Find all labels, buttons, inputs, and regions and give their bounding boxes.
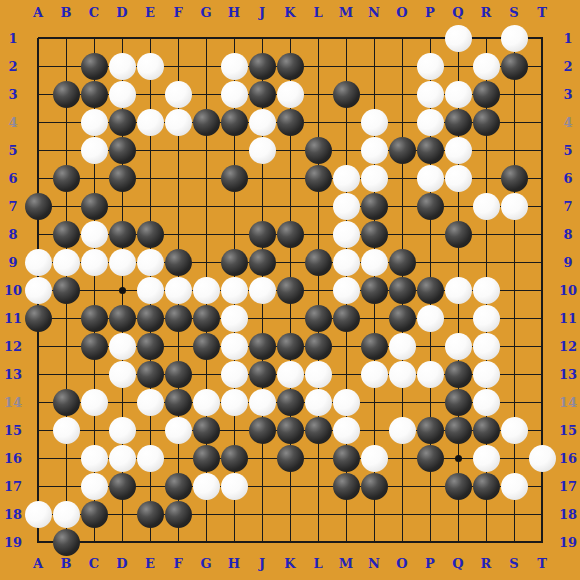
intersection-A10[interactable]: [24, 276, 52, 304]
intersection-O19[interactable]: [388, 528, 416, 556]
intersection-T16[interactable]: [528, 444, 556, 472]
intersection-H11[interactable]: [220, 304, 248, 332]
intersection-C4[interactable]: [80, 108, 108, 136]
intersection-M10[interactable]: [332, 276, 360, 304]
intersection-H8[interactable]: [220, 220, 248, 248]
intersection-N9[interactable]: [360, 248, 388, 276]
intersection-K1[interactable]: [276, 24, 304, 52]
intersection-T8[interactable]: [528, 220, 556, 248]
intersection-L1[interactable]: [304, 24, 332, 52]
intersection-N2[interactable]: [360, 52, 388, 80]
intersection-F9[interactable]: [164, 248, 192, 276]
intersection-L3[interactable]: [304, 80, 332, 108]
intersection-C7[interactable]: [80, 192, 108, 220]
intersection-K17[interactable]: [276, 472, 304, 500]
intersection-B18[interactable]: [52, 500, 80, 528]
intersection-N11[interactable]: [360, 304, 388, 332]
intersection-Q19[interactable]: [444, 528, 472, 556]
intersection-F18[interactable]: [164, 500, 192, 528]
intersection-G6[interactable]: [192, 164, 220, 192]
intersection-M6[interactable]: [332, 164, 360, 192]
intersection-G7[interactable]: [192, 192, 220, 220]
intersection-T9[interactable]: [528, 248, 556, 276]
intersection-H13[interactable]: [220, 360, 248, 388]
intersection-H16[interactable]: [220, 444, 248, 472]
intersection-Q9[interactable]: [444, 248, 472, 276]
intersection-Q4[interactable]: [444, 108, 472, 136]
intersection-E3[interactable]: [136, 80, 164, 108]
intersection-S18[interactable]: [500, 500, 528, 528]
intersection-M16[interactable]: [332, 444, 360, 472]
intersection-K3[interactable]: [276, 80, 304, 108]
intersection-P12[interactable]: [416, 332, 444, 360]
intersection-R2[interactable]: [472, 52, 500, 80]
intersection-M12[interactable]: [332, 332, 360, 360]
intersection-S12[interactable]: [500, 332, 528, 360]
intersection-O1[interactable]: [388, 24, 416, 52]
intersection-Q6[interactable]: [444, 164, 472, 192]
intersection-A18[interactable]: [24, 500, 52, 528]
intersection-O4[interactable]: [388, 108, 416, 136]
intersection-O10[interactable]: [388, 276, 416, 304]
intersection-D8[interactable]: [108, 220, 136, 248]
intersection-T17[interactable]: [528, 472, 556, 500]
intersection-H18[interactable]: [220, 500, 248, 528]
intersection-G10[interactable]: [192, 276, 220, 304]
intersection-J14[interactable]: [248, 388, 276, 416]
intersection-G5[interactable]: [192, 136, 220, 164]
intersection-E6[interactable]: [136, 164, 164, 192]
intersection-D1[interactable]: [108, 24, 136, 52]
intersection-N17[interactable]: [360, 472, 388, 500]
intersection-S11[interactable]: [500, 304, 528, 332]
intersection-F17[interactable]: [164, 472, 192, 500]
intersection-N19[interactable]: [360, 528, 388, 556]
intersection-C10[interactable]: [80, 276, 108, 304]
intersection-L14[interactable]: [304, 388, 332, 416]
intersection-P2[interactable]: [416, 52, 444, 80]
intersection-Q2[interactable]: [444, 52, 472, 80]
intersection-E4[interactable]: [136, 108, 164, 136]
intersection-C18[interactable]: [80, 500, 108, 528]
intersection-E15[interactable]: [136, 416, 164, 444]
intersection-G8[interactable]: [192, 220, 220, 248]
intersection-D13[interactable]: [108, 360, 136, 388]
intersection-T13[interactable]: [528, 360, 556, 388]
intersection-B10[interactable]: [52, 276, 80, 304]
intersection-Q17[interactable]: [444, 472, 472, 500]
intersection-N18[interactable]: [360, 500, 388, 528]
intersection-H5[interactable]: [220, 136, 248, 164]
intersection-E16[interactable]: [136, 444, 164, 472]
intersection-M5[interactable]: [332, 136, 360, 164]
intersection-A19[interactable]: [24, 528, 52, 556]
intersection-M4[interactable]: [332, 108, 360, 136]
intersection-K15[interactable]: [276, 416, 304, 444]
intersection-Q14[interactable]: [444, 388, 472, 416]
intersection-Q15[interactable]: [444, 416, 472, 444]
intersection-D6[interactable]: [108, 164, 136, 192]
intersection-H14[interactable]: [220, 388, 248, 416]
intersection-R3[interactable]: [472, 80, 500, 108]
intersection-J9[interactable]: [248, 248, 276, 276]
intersection-D4[interactable]: [108, 108, 136, 136]
intersection-T18[interactable]: [528, 500, 556, 528]
intersection-N3[interactable]: [360, 80, 388, 108]
intersection-A11[interactable]: [24, 304, 52, 332]
intersection-N16[interactable]: [360, 444, 388, 472]
intersection-N14[interactable]: [360, 388, 388, 416]
intersection-P18[interactable]: [416, 500, 444, 528]
intersection-S7[interactable]: [500, 192, 528, 220]
intersection-R14[interactable]: [472, 388, 500, 416]
intersection-L4[interactable]: [304, 108, 332, 136]
intersection-C16[interactable]: [80, 444, 108, 472]
intersection-H15[interactable]: [220, 416, 248, 444]
intersection-M13[interactable]: [332, 360, 360, 388]
intersection-L19[interactable]: [304, 528, 332, 556]
intersection-T19[interactable]: [528, 528, 556, 556]
intersection-G12[interactable]: [192, 332, 220, 360]
intersection-R16[interactable]: [472, 444, 500, 472]
intersection-A3[interactable]: [24, 80, 52, 108]
intersection-H12[interactable]: [220, 332, 248, 360]
intersection-D15[interactable]: [108, 416, 136, 444]
intersection-D5[interactable]: [108, 136, 136, 164]
intersection-K2[interactable]: [276, 52, 304, 80]
intersection-O18[interactable]: [388, 500, 416, 528]
intersection-O6[interactable]: [388, 164, 416, 192]
intersection-J1[interactable]: [248, 24, 276, 52]
intersection-C8[interactable]: [80, 220, 108, 248]
intersection-K12[interactable]: [276, 332, 304, 360]
intersection-R18[interactable]: [472, 500, 500, 528]
intersection-F1[interactable]: [164, 24, 192, 52]
intersection-R13[interactable]: [472, 360, 500, 388]
intersection-P14[interactable]: [416, 388, 444, 416]
intersection-Q18[interactable]: [444, 500, 472, 528]
intersection-F4[interactable]: [164, 108, 192, 136]
intersection-C14[interactable]: [80, 388, 108, 416]
intersection-A4[interactable]: [24, 108, 52, 136]
intersection-F7[interactable]: [164, 192, 192, 220]
intersection-C2[interactable]: [80, 52, 108, 80]
intersection-E5[interactable]: [136, 136, 164, 164]
intersection-H2[interactable]: [220, 52, 248, 80]
intersection-F5[interactable]: [164, 136, 192, 164]
intersection-C1[interactable]: [80, 24, 108, 52]
intersection-K6[interactable]: [276, 164, 304, 192]
intersection-S15[interactable]: [500, 416, 528, 444]
intersection-C3[interactable]: [80, 80, 108, 108]
intersection-L2[interactable]: [304, 52, 332, 80]
intersection-F2[interactable]: [164, 52, 192, 80]
intersection-G16[interactable]: [192, 444, 220, 472]
intersection-L5[interactable]: [304, 136, 332, 164]
intersection-R11[interactable]: [472, 304, 500, 332]
intersection-J11[interactable]: [248, 304, 276, 332]
intersection-P9[interactable]: [416, 248, 444, 276]
intersection-T12[interactable]: [528, 332, 556, 360]
intersection-C12[interactable]: [80, 332, 108, 360]
intersection-N5[interactable]: [360, 136, 388, 164]
intersection-B13[interactable]: [52, 360, 80, 388]
intersection-P5[interactable]: [416, 136, 444, 164]
intersection-N7[interactable]: [360, 192, 388, 220]
intersection-D3[interactable]: [108, 80, 136, 108]
intersection-L9[interactable]: [304, 248, 332, 276]
intersection-M1[interactable]: [332, 24, 360, 52]
intersection-J16[interactable]: [248, 444, 276, 472]
intersection-C6[interactable]: [80, 164, 108, 192]
intersection-B12[interactable]: [52, 332, 80, 360]
intersection-A2[interactable]: [24, 52, 52, 80]
intersection-K14[interactable]: [276, 388, 304, 416]
intersection-P11[interactable]: [416, 304, 444, 332]
intersection-C11[interactable]: [80, 304, 108, 332]
intersection-Q3[interactable]: [444, 80, 472, 108]
intersection-O17[interactable]: [388, 472, 416, 500]
intersection-G2[interactable]: [192, 52, 220, 80]
intersection-O2[interactable]: [388, 52, 416, 80]
intersection-L12[interactable]: [304, 332, 332, 360]
intersection-B19[interactable]: [52, 528, 80, 556]
intersection-J13[interactable]: [248, 360, 276, 388]
intersection-P19[interactable]: [416, 528, 444, 556]
intersection-P3[interactable]: [416, 80, 444, 108]
intersection-Q7[interactable]: [444, 192, 472, 220]
intersection-B8[interactable]: [52, 220, 80, 248]
intersection-K5[interactable]: [276, 136, 304, 164]
intersection-K7[interactable]: [276, 192, 304, 220]
intersection-E13[interactable]: [136, 360, 164, 388]
intersection-C13[interactable]: [80, 360, 108, 388]
intersection-H3[interactable]: [220, 80, 248, 108]
intersection-O15[interactable]: [388, 416, 416, 444]
intersection-O12[interactable]: [388, 332, 416, 360]
intersection-A14[interactable]: [24, 388, 52, 416]
intersection-P10[interactable]: [416, 276, 444, 304]
intersection-A5[interactable]: [24, 136, 52, 164]
intersection-R4[interactable]: [472, 108, 500, 136]
intersection-O16[interactable]: [388, 444, 416, 472]
intersection-H10[interactable]: [220, 276, 248, 304]
intersection-J6[interactable]: [248, 164, 276, 192]
intersection-M19[interactable]: [332, 528, 360, 556]
intersection-K4[interactable]: [276, 108, 304, 136]
intersection-T1[interactable]: [528, 24, 556, 52]
intersection-Q10[interactable]: [444, 276, 472, 304]
intersection-B3[interactable]: [52, 80, 80, 108]
intersection-N12[interactable]: [360, 332, 388, 360]
intersection-L15[interactable]: [304, 416, 332, 444]
intersection-J4[interactable]: [248, 108, 276, 136]
intersection-S17[interactable]: [500, 472, 528, 500]
intersection-E10[interactable]: [136, 276, 164, 304]
intersection-H7[interactable]: [220, 192, 248, 220]
intersection-F15[interactable]: [164, 416, 192, 444]
intersection-G11[interactable]: [192, 304, 220, 332]
intersection-L16[interactable]: [304, 444, 332, 472]
intersection-J2[interactable]: [248, 52, 276, 80]
intersection-D19[interactable]: [108, 528, 136, 556]
intersection-N6[interactable]: [360, 164, 388, 192]
intersection-Q5[interactable]: [444, 136, 472, 164]
intersection-F19[interactable]: [164, 528, 192, 556]
intersection-J15[interactable]: [248, 416, 276, 444]
intersection-P1[interactable]: [416, 24, 444, 52]
intersection-J18[interactable]: [248, 500, 276, 528]
intersection-S1[interactable]: [500, 24, 528, 52]
intersection-P15[interactable]: [416, 416, 444, 444]
intersection-M15[interactable]: [332, 416, 360, 444]
intersection-J8[interactable]: [248, 220, 276, 248]
intersection-J17[interactable]: [248, 472, 276, 500]
intersection-P17[interactable]: [416, 472, 444, 500]
intersection-Q16[interactable]: [444, 444, 472, 472]
intersection-R12[interactable]: [472, 332, 500, 360]
intersection-D9[interactable]: [108, 248, 136, 276]
intersection-K19[interactable]: [276, 528, 304, 556]
intersection-B15[interactable]: [52, 416, 80, 444]
intersection-H4[interactable]: [220, 108, 248, 136]
intersection-J5[interactable]: [248, 136, 276, 164]
intersection-H1[interactable]: [220, 24, 248, 52]
intersection-F14[interactable]: [164, 388, 192, 416]
intersection-B1[interactable]: [52, 24, 80, 52]
intersection-O11[interactable]: [388, 304, 416, 332]
intersection-J7[interactable]: [248, 192, 276, 220]
intersection-S19[interactable]: [500, 528, 528, 556]
intersection-N4[interactable]: [360, 108, 388, 136]
intersection-T14[interactable]: [528, 388, 556, 416]
intersection-O3[interactable]: [388, 80, 416, 108]
intersection-A1[interactable]: [24, 24, 52, 52]
intersection-S2[interactable]: [500, 52, 528, 80]
intersection-J10[interactable]: [248, 276, 276, 304]
intersection-F12[interactable]: [164, 332, 192, 360]
intersection-M8[interactable]: [332, 220, 360, 248]
intersection-E1[interactable]: [136, 24, 164, 52]
intersection-Q12[interactable]: [444, 332, 472, 360]
intersection-R8[interactable]: [472, 220, 500, 248]
intersection-M17[interactable]: [332, 472, 360, 500]
intersection-T15[interactable]: [528, 416, 556, 444]
intersection-B4[interactable]: [52, 108, 80, 136]
intersection-M14[interactable]: [332, 388, 360, 416]
intersection-M7[interactable]: [332, 192, 360, 220]
intersection-F13[interactable]: [164, 360, 192, 388]
intersection-T3[interactable]: [528, 80, 556, 108]
intersection-D12[interactable]: [108, 332, 136, 360]
intersection-T6[interactable]: [528, 164, 556, 192]
intersection-Q11[interactable]: [444, 304, 472, 332]
intersection-C17[interactable]: [80, 472, 108, 500]
intersection-G18[interactable]: [192, 500, 220, 528]
intersection-C9[interactable]: [80, 248, 108, 276]
intersection-P7[interactable]: [416, 192, 444, 220]
intersection-E9[interactable]: [136, 248, 164, 276]
intersection-A15[interactable]: [24, 416, 52, 444]
intersection-S3[interactable]: [500, 80, 528, 108]
intersection-P4[interactable]: [416, 108, 444, 136]
intersection-M11[interactable]: [332, 304, 360, 332]
intersection-Q1[interactable]: [444, 24, 472, 52]
intersection-P8[interactable]: [416, 220, 444, 248]
intersection-B6[interactable]: [52, 164, 80, 192]
intersection-J12[interactable]: [248, 332, 276, 360]
intersection-G19[interactable]: [192, 528, 220, 556]
intersection-K8[interactable]: [276, 220, 304, 248]
intersection-D18[interactable]: [108, 500, 136, 528]
intersection-T4[interactable]: [528, 108, 556, 136]
intersection-B17[interactable]: [52, 472, 80, 500]
intersection-D16[interactable]: [108, 444, 136, 472]
intersection-E19[interactable]: [136, 528, 164, 556]
intersection-L8[interactable]: [304, 220, 332, 248]
intersection-R15[interactable]: [472, 416, 500, 444]
intersection-T11[interactable]: [528, 304, 556, 332]
intersection-G17[interactable]: [192, 472, 220, 500]
intersection-F3[interactable]: [164, 80, 192, 108]
intersection-K11[interactable]: [276, 304, 304, 332]
intersection-D2[interactable]: [108, 52, 136, 80]
intersection-F11[interactable]: [164, 304, 192, 332]
intersection-S13[interactable]: [500, 360, 528, 388]
intersection-G4[interactable]: [192, 108, 220, 136]
intersection-L7[interactable]: [304, 192, 332, 220]
intersection-Q8[interactable]: [444, 220, 472, 248]
intersection-J3[interactable]: [248, 80, 276, 108]
intersection-F10[interactable]: [164, 276, 192, 304]
intersection-F16[interactable]: [164, 444, 192, 472]
intersection-E11[interactable]: [136, 304, 164, 332]
intersection-O5[interactable]: [388, 136, 416, 164]
intersection-R9[interactable]: [472, 248, 500, 276]
intersection-G9[interactable]: [192, 248, 220, 276]
intersection-D10[interactable]: [108, 276, 136, 304]
intersection-A13[interactable]: [24, 360, 52, 388]
intersection-N10[interactable]: [360, 276, 388, 304]
intersection-R19[interactable]: [472, 528, 500, 556]
intersection-R7[interactable]: [472, 192, 500, 220]
intersection-T5[interactable]: [528, 136, 556, 164]
intersection-M3[interactable]: [332, 80, 360, 108]
intersection-G13[interactable]: [192, 360, 220, 388]
intersection-L6[interactable]: [304, 164, 332, 192]
intersection-F6[interactable]: [164, 164, 192, 192]
intersection-K9[interactable]: [276, 248, 304, 276]
intersection-R5[interactable]: [472, 136, 500, 164]
intersection-G14[interactable]: [192, 388, 220, 416]
intersection-C5[interactable]: [80, 136, 108, 164]
intersection-A16[interactable]: [24, 444, 52, 472]
intersection-T7[interactable]: [528, 192, 556, 220]
intersection-N1[interactable]: [360, 24, 388, 52]
intersection-E14[interactable]: [136, 388, 164, 416]
intersection-L11[interactable]: [304, 304, 332, 332]
intersection-B11[interactable]: [52, 304, 80, 332]
intersection-G1[interactable]: [192, 24, 220, 52]
intersection-S10[interactable]: [500, 276, 528, 304]
intersection-S8[interactable]: [500, 220, 528, 248]
intersection-E18[interactable]: [136, 500, 164, 528]
intersection-E8[interactable]: [136, 220, 164, 248]
intersection-K10[interactable]: [276, 276, 304, 304]
intersection-L13[interactable]: [304, 360, 332, 388]
intersection-E7[interactable]: [136, 192, 164, 220]
intersection-C15[interactable]: [80, 416, 108, 444]
